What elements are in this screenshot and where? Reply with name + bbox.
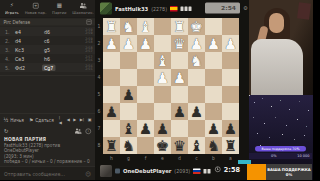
file-labels: hgfedcba: [103, 155, 239, 162]
black-move[interactable]: d6: [42, 28, 52, 35]
square-f2[interactable]: ♟: [137, 35, 154, 52]
square-c1[interactable]: ♚: [188, 18, 205, 35]
square-f8[interactable]: [137, 137, 154, 154]
move-timestamps: 2:572:56: [85, 55, 95, 63]
plus-icon: +: [33, 3, 39, 9]
rank-label: 1: [96, 18, 102, 35]
square-h7[interactable]: [103, 120, 120, 137]
goal-target: 10 000: [297, 154, 309, 158]
flag-icon: ⚑: [29, 117, 33, 123]
webcam-video: [249, 0, 313, 95]
overlay-orange-widget: [247, 164, 266, 180]
top-player-avatar[interactable]: [100, 3, 112, 15]
gear-icon[interactable]: ⚙: [243, 5, 248, 12]
bottom-player-clock: 2:58: [215, 166, 240, 174]
support-banner: ВАША ПОДДЕРЖКА 0%: [266, 164, 312, 180]
move-row: 2.d4c62:592:58: [0, 36, 95, 45]
file-label: f: [137, 155, 154, 162]
prev-move-button[interactable]: ◀: [67, 118, 70, 123]
file-label: a: [222, 155, 239, 162]
rank-labels: 12345678: [96, 18, 102, 154]
white-pawn: ♟: [139, 35, 152, 52]
square-d1[interactable]: ♜: [171, 18, 188, 35]
square-h8[interactable]: ♜: [103, 137, 120, 154]
square-a6[interactable]: [222, 103, 239, 120]
top-clock-time: 2:54: [221, 5, 236, 12]
square-c2[interactable]: ♟: [188, 35, 205, 52]
black-knight: ♞: [207, 137, 220, 154]
square-h3[interactable]: [103, 52, 120, 69]
bottom-player-bar: OneDebutPlayer (2093): [100, 165, 211, 177]
square-a1[interactable]: [222, 18, 239, 35]
file-label: g: [120, 155, 137, 162]
black-rook: ♜: [105, 137, 118, 154]
square-g5[interactable]: ♟: [120, 86, 137, 103]
white-move[interactable]: Кc3: [13, 46, 26, 53]
next-move-button[interactable]: ▶: [73, 118, 76, 123]
square-b2[interactable]: ♟: [205, 35, 222, 52]
half-icon: ½: [4, 117, 9, 123]
goal-percent: 0%: [271, 154, 277, 158]
square-e1[interactable]: [154, 18, 171, 35]
square-f6[interactable]: [137, 103, 154, 120]
tab-games-label: Партии: [52, 10, 67, 15]
tab-play-label: Играть: [5, 10, 19, 15]
opening-name: Pirc Defense: [4, 20, 31, 25]
russia-flag-icon: [193, 168, 201, 174]
first-move-button[interactable]: |◀: [59, 115, 63, 124]
square-d6[interactable]: ♟: [171, 103, 188, 120]
square-g4[interactable]: [120, 69, 137, 86]
black-rook: ♜: [224, 137, 237, 154]
white-king: ♚: [190, 18, 203, 35]
square-b4[interactable]: [205, 69, 222, 86]
tab-bar: ⚡ Играть + Новая пар... ▦ Партии Шахмати…: [0, 0, 95, 18]
top-player-name[interactable]: FastHulk33: [115, 6, 148, 12]
top-player-badges: [180, 6, 191, 11]
tab-play[interactable]: ⚡ Играть: [0, 0, 24, 17]
chat-input[interactable]: Отправить сообщение... ☺: [0, 167, 95, 181]
square-a3[interactable]: [222, 52, 239, 69]
last-move-button[interactable]: ▶|: [80, 118, 84, 123]
move-number: 5.: [0, 65, 13, 71]
expand-icon[interactable]: ▣: [88, 118, 92, 123]
bottom-player-name[interactable]: OneDebutPlayer: [123, 168, 171, 174]
square-f4[interactable]: [137, 69, 154, 86]
rank-label: 5: [96, 86, 102, 103]
stream-column: Ваша поддержка 70% 0% 10 000 ВАША ПОДДЕР…: [249, 0, 313, 180]
support-banner-title: ВАША ПОДДЕРЖКА: [267, 167, 310, 172]
move-timestamps: 2:592:58: [85, 37, 95, 45]
black-pawn: ♟: [224, 120, 237, 137]
sidebar-bottom: ½ Ничья ⚑ Сдаться |◀ ◀ ▶ ▶| ▣ ↻: [0, 113, 95, 180]
move-row: 1.e4d62:592:59: [0, 27, 95, 36]
square-d4[interactable]: ♟: [171, 69, 188, 86]
white-pawn: ♟: [224, 35, 237, 52]
white-knight: ♞: [190, 52, 203, 69]
white-rook: ♜: [173, 18, 186, 35]
move-timestamps: 2:592:59: [85, 28, 95, 36]
square-d7[interactable]: [171, 120, 188, 137]
new-game-score: победа – 0 / ничьи – 0 / поражение – 0: [4, 159, 91, 165]
white-pawn: ♟: [156, 69, 169, 86]
black-move[interactable]: g5: [42, 46, 52, 53]
draw-button[interactable]: ½ Ничья: [4, 117, 24, 123]
black-move[interactable]: c6: [42, 37, 52, 44]
square-a5[interactable]: [222, 86, 239, 103]
chat-placeholder: Отправить сообщение...: [4, 171, 65, 177]
rank-label: 3: [96, 52, 102, 69]
square-h4[interactable]: [103, 69, 120, 86]
square-c6[interactable]: ♟: [188, 103, 205, 120]
square-d5[interactable]: [171, 86, 188, 103]
move-timestamps: 2:582:57: [85, 46, 95, 54]
file-label: b: [205, 155, 222, 162]
black-knight: ♞: [122, 137, 135, 154]
sidebar: ⚡ Играть + Новая пар... ▦ Партии Шахмати…: [0, 0, 95, 180]
file-label: d: [171, 155, 188, 162]
square-h5[interactable]: [103, 86, 120, 103]
black-bishop: ♝: [122, 120, 135, 137]
white-pawn: ♟: [105, 35, 118, 52]
square-a7[interactable]: ♟: [222, 120, 239, 137]
black-pawn: ♟: [207, 120, 220, 137]
move-list: 1.e4d62:592:592.d4c62:592:583.Кc3g52:582…: [0, 26, 95, 73]
tab-new-game[interactable]: + Новая пар...: [24, 0, 48, 17]
move-number: 3.: [0, 47, 13, 53]
app-window: ⚡ Играть + Новая пар... ▦ Партии Шахмати…: [0, 0, 320, 180]
bottom-clock-time: 2:58: [224, 166, 240, 174]
support-pill-label: Ваша поддержка 70%: [261, 147, 299, 151]
square-e2[interactable]: [154, 35, 171, 52]
file-label: e: [154, 155, 171, 162]
board-icon: ▦: [57, 3, 62, 9]
square-g2[interactable]: ♟: [120, 35, 137, 52]
white-pawn: ♟: [173, 69, 186, 86]
square-e3[interactable]: ♝: [154, 52, 171, 69]
chess-board: ♜♞♝♜♚♟♟♟♛♟♟♟♝♞♟♟♟♟♟♟♝♟♟♟♟♜♞♚♛♝♞♜: [103, 18, 239, 154]
tab-players[interactable]: Шахматис...: [71, 0, 95, 17]
white-move[interactable]: d4: [13, 37, 23, 44]
square-d3[interactable]: [171, 52, 188, 69]
black-pawn: ♟: [173, 103, 186, 120]
square-h1[interactable]: ♜: [103, 18, 120, 35]
square-c8[interactable]: ♝: [188, 137, 205, 154]
square-d2[interactable]: ♛: [171, 35, 188, 52]
square-b3[interactable]: [205, 52, 222, 69]
lightning-icon: ⚡: [10, 3, 14, 9]
secondary-toolbar: ↻ i: [0, 126, 95, 136]
game-toolbar: ½ Ничья ⚑ Сдаться |◀ ◀ ▶ ▶| ▣: [0, 113, 95, 126]
bottom-player-rating: (2093): [174, 168, 190, 174]
square-e4[interactable]: ♟: [154, 69, 171, 86]
tab-players-label: Шахматис...: [72, 10, 94, 15]
square-e5[interactable]: [154, 86, 171, 103]
square-d8[interactable]: ♛: [171, 137, 188, 154]
black-pawn: ♟: [122, 86, 135, 103]
white-pawn: ♟: [122, 35, 135, 52]
rank-label: 6: [96, 103, 102, 120]
square-f1[interactable]: ♝: [137, 18, 154, 35]
square-e8[interactable]: ♚: [154, 137, 171, 154]
streamer-face: [269, 13, 284, 33]
rank-label: 4: [96, 69, 102, 86]
move-number: 1.: [0, 29, 13, 35]
support-banner-value: 0%: [286, 172, 292, 177]
black-queen: ♛: [173, 137, 186, 154]
square-c5[interactable]: [188, 86, 205, 103]
right-black-strip: [313, 0, 320, 180]
white-move[interactable]: Фd2: [13, 64, 27, 71]
black-pawn: ♟: [156, 120, 169, 137]
black-pawn: ♟: [139, 120, 152, 137]
black-move[interactable]: h6: [42, 55, 52, 62]
resign-button[interactable]: ⚑ Сдаться: [29, 117, 54, 123]
board-area: FastHulk33 (2278) 2:54 ⚙ 12345678 ♜♞♝♜♚♟…: [95, 0, 249, 180]
players-icon: [80, 3, 87, 9]
top-player-rating: (2278): [151, 6, 167, 12]
opening-book-icon: [87, 20, 92, 25]
square-f3[interactable]: [137, 52, 154, 69]
square-b7[interactable]: ♟: [205, 120, 222, 137]
clock-icon: [215, 167, 221, 173]
new-game-heading: НОВАЯ ПАРТИЯ: [4, 137, 91, 142]
white-knight: ♞: [122, 18, 135, 35]
square-h2[interactable]: ♟: [103, 35, 120, 52]
square-b5[interactable]: [205, 86, 222, 103]
white-rook: ♜: [105, 18, 118, 35]
spain-flag-icon: [170, 6, 178, 12]
move-nav: |◀ ◀ ▶ ▶| ▣: [59, 115, 92, 124]
stars: [249, 95, 250, 96]
square-h6[interactable]: ♟: [103, 103, 120, 120]
square-b6[interactable]: [205, 103, 222, 120]
donation-goal-bar: 0% 10 000: [249, 153, 312, 159]
move-row: 4.Сe3h62:572:56: [0, 54, 95, 63]
square-g7[interactable]: ♝: [120, 120, 137, 137]
move-timestamps: 2:562:55: [85, 64, 95, 72]
move-row: 3.Кc3g52:582:57: [0, 45, 95, 54]
file-label: h: [103, 155, 120, 162]
rank-label: 2: [96, 35, 102, 52]
move-row: 5.Фd2Сg72:562:55: [0, 63, 95, 72]
bottom-player-avatar[interactable]: [100, 165, 112, 177]
square-a8[interactable]: ♜: [222, 137, 239, 154]
square-f5[interactable]: [137, 86, 154, 103]
tab-games[interactable]: ▦ Партии: [48, 0, 72, 17]
square-a4[interactable]: [222, 69, 239, 86]
rank-label: 8: [96, 137, 102, 154]
square-e7[interactable]: ♟: [154, 120, 171, 137]
rank-label: 7: [96, 120, 102, 137]
file-label: c: [188, 155, 205, 162]
club-badge-icon: [115, 169, 120, 174]
new-game-line1: FastHulk33 (2278) против OneDebutPlayer: [4, 143, 91, 154]
emoji-icon[interactable]: ☺: [85, 170, 91, 177]
white-pawn: ♟: [190, 35, 203, 52]
black-pawn: ♟: [190, 103, 203, 120]
black-bishop: ♝: [190, 137, 203, 154]
square-c7[interactable]: [188, 120, 205, 137]
square-g3[interactable]: [120, 52, 137, 69]
white-bishop: ♝: [156, 52, 169, 69]
add-friend-icon[interactable]: [75, 128, 82, 134]
streamer-shirt: [251, 39, 303, 95]
move-number: 2.: [0, 38, 13, 44]
white-move[interactable]: e4: [13, 28, 23, 35]
opening-name-row[interactable]: Pirc Defense: [0, 19, 95, 26]
black-move[interactable]: Сg7: [42, 64, 55, 71]
white-queen: ♛: [173, 35, 186, 52]
draw-label: Ничья: [10, 117, 24, 122]
support-pill: Ваша поддержка 70%: [255, 146, 306, 152]
divider: [0, 75, 95, 76]
tab-new-game-label: Новая пар...: [25, 10, 47, 15]
square-g8[interactable]: ♞: [120, 137, 137, 154]
square-g6[interactable]: [120, 103, 137, 120]
rematch-icon[interactable]: ↻: [4, 128, 9, 135]
top-player-clock: 2:54: [205, 3, 240, 14]
square-g1[interactable]: ♞: [120, 18, 137, 35]
black-pawn: ♟: [105, 103, 118, 120]
resign-label: Сдаться: [35, 117, 53, 122]
bottom-player-badges: [204, 169, 211, 174]
wall-poster: [297, 2, 311, 19]
square-e6[interactable]: [154, 103, 171, 120]
square-c4[interactable]: [188, 69, 205, 86]
square-f7[interactable]: ♟: [137, 120, 154, 137]
white-move[interactable]: Сe3: [13, 55, 26, 62]
info-icon[interactable]: i: [86, 128, 92, 134]
top-player-bar: FastHulk33 (2278): [100, 3, 191, 15]
square-c3[interactable]: ♞: [188, 52, 205, 69]
square-b8[interactable]: ♞: [205, 137, 222, 154]
black-king: ♚: [156, 137, 169, 154]
white-pawn: ♟: [207, 35, 220, 52]
move-number: 4.: [0, 56, 13, 62]
square-a2[interactable]: ♟: [222, 35, 239, 52]
white-bishop: ♝: [139, 18, 152, 35]
square-b1[interactable]: [205, 18, 222, 35]
new-game-panel: НОВАЯ ПАРТИЯ FastHulk33 (2278) против On…: [0, 136, 95, 167]
